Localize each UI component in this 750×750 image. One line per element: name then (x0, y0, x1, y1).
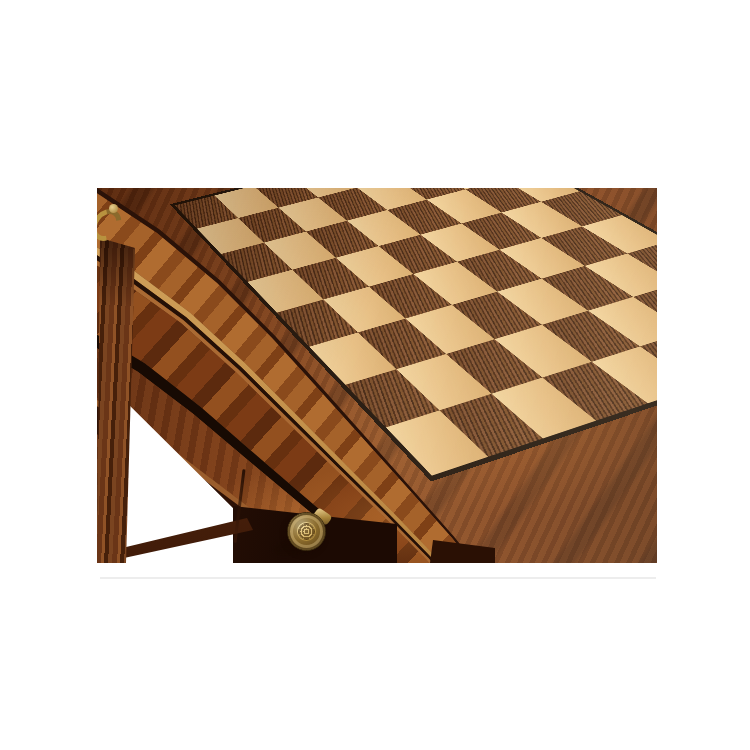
page-background (0, 0, 750, 750)
photo-edge-shadow (100, 577, 656, 579)
brass-leg-capital-icon (97, 198, 127, 240)
table-photo (97, 188, 657, 563)
drawer-knob (287, 512, 326, 551)
